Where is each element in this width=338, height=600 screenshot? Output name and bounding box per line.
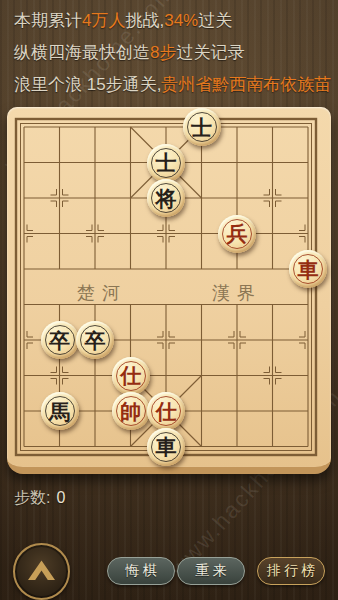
piece-glyph: 兵: [227, 223, 248, 244]
stats-panel: 本期累计4万人挑战,34%过关 纵横四海最快创造8步过关记录 浪里个浪 15步通…: [14, 5, 338, 101]
stat-highlight: 4万人: [82, 11, 125, 30]
stat-text: 过关: [198, 11, 232, 30]
red-advisor[interactable]: 仕: [112, 357, 150, 395]
piece-glyph: 仕: [156, 401, 177, 422]
piece-glyph: 帥: [120, 401, 141, 422]
stat-text: 纵横四海最快创造: [14, 43, 150, 62]
piece-glyph: 卒: [85, 330, 106, 351]
stat-highlight: 8步: [150, 43, 176, 62]
stat-line-1: 本期累计4万人挑战,34%过关: [14, 5, 338, 37]
black-general[interactable]: 将: [147, 179, 185, 217]
stat-highlight: 34%: [164, 11, 198, 30]
piece-glyph: 士: [156, 152, 177, 173]
leaderboard-button[interactable]: 排行榜: [257, 557, 325, 585]
red-general[interactable]: 帥: [112, 392, 150, 430]
stat-line-3: 浪里个浪 15步通关,贵州省黔西南布依族苗: [14, 69, 338, 101]
step-counter: 步数:0: [14, 488, 65, 509]
red-advisor[interactable]: 仕: [147, 392, 185, 430]
step-counter-value: 0: [56, 489, 65, 506]
black-chariot[interactable]: 車: [147, 428, 185, 466]
piece-glyph: 将: [156, 188, 177, 209]
black-advisor[interactable]: 士: [183, 108, 221, 146]
stat-highlight: 贵州省黔西南布依族苗: [161, 75, 331, 94]
stat-text: 浪里个浪 15步通关,: [14, 75, 161, 94]
red-chariot[interactable]: 車: [289, 250, 327, 288]
piece-glyph: 馬: [49, 401, 70, 422]
black-advisor[interactable]: 士: [147, 144, 185, 182]
stat-text: 本期累计: [14, 11, 82, 30]
stat-text: 挑战,: [125, 11, 164, 30]
red-soldier[interactable]: 兵: [218, 215, 256, 253]
collapse-up-button[interactable]: [13, 543, 70, 600]
black-soldier[interactable]: 卒: [41, 321, 79, 359]
piece-glyph: 仕: [120, 365, 141, 386]
piece-glyph: 車: [298, 259, 319, 280]
app-screen: 本期累计4万人挑战,34%过关 纵横四海最快创造8步过关记录 浪里个浪 15步通…: [0, 0, 338, 600]
step-counter-label: 步数:: [14, 489, 50, 506]
pieces-layer: 士士将兵車卒卒仕馬帥仕車: [6, 109, 326, 464]
stat-line-2: 纵横四海最快创造8步过关记录: [14, 37, 338, 69]
undo-move-button[interactable]: 悔棋: [107, 557, 175, 585]
xiangqi-board[interactable]: 楚河 漢界 士士将兵車卒卒仕馬帥仕車: [7, 107, 331, 474]
piece-glyph: 士: [191, 117, 212, 138]
piece-glyph: 車: [156, 436, 177, 457]
black-soldier[interactable]: 卒: [76, 321, 114, 359]
restart-button[interactable]: 重来: [177, 557, 245, 585]
piece-glyph: 卒: [49, 330, 70, 351]
chevron-up-icon: [15, 545, 68, 598]
stat-text: 过关记录: [176, 43, 244, 62]
black-horse[interactable]: 馬: [41, 392, 79, 430]
